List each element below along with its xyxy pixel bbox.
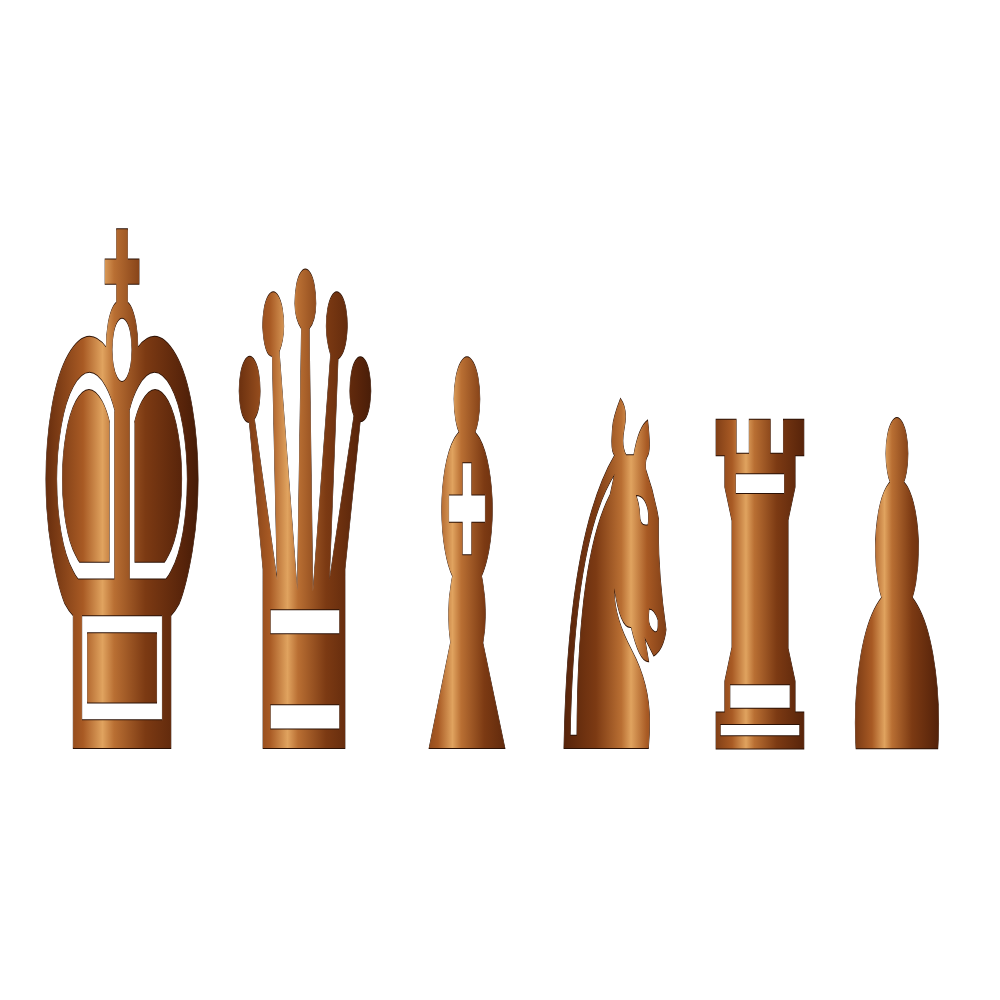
king-piece: ♚ [25,89,220,915]
pawn-piece: ♟ [835,328,960,855]
chess-pieces-photo-svg: ♚ ♛ ♝ ♞ ♜ ♟ [0,0,1000,1000]
knight-piece: ♞ [535,304,695,861]
bishop-piece: ♝ [395,251,540,874]
queen-piece: ♛ [218,140,393,902]
product-photo: ♚ ♛ ♝ ♞ ♜ ♟ [0,0,1000,1000]
rook-piece: ♜ [690,330,830,854]
